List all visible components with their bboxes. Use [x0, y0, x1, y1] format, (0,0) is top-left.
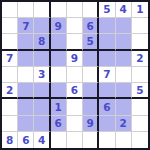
- cell-r3c8[interactable]: [116, 34, 132, 50]
- cell-r3c5[interactable]: [67, 34, 83, 50]
- cell-r7c4[interactable]: 1: [51, 99, 67, 115]
- cell-r4c5[interactable]: 9: [67, 51, 83, 67]
- cell-r7c3[interactable]: [34, 99, 50, 115]
- cell-r3c7[interactable]: [99, 34, 115, 50]
- cell-r6c6[interactable]: [83, 83, 99, 99]
- cell-r4c9[interactable]: 2: [132, 51, 148, 67]
- cell-r8c6[interactable]: 9: [83, 116, 99, 132]
- cell-r9c7[interactable]: [99, 132, 115, 148]
- cell-r3c1[interactable]: [2, 34, 18, 50]
- cell-r6c9[interactable]: 5: [132, 83, 148, 99]
- cell-r4c2[interactable]: [18, 51, 34, 67]
- cell-r9c5[interactable]: [67, 132, 83, 148]
- cell-r7c7[interactable]: 6: [99, 99, 115, 115]
- cell-r7c9[interactable]: [132, 99, 148, 115]
- cell-r3c6[interactable]: 5: [83, 34, 99, 50]
- cell-r3c3[interactable]: 8: [34, 34, 50, 50]
- cell-r8c1[interactable]: [2, 116, 18, 132]
- cell-r2c4[interactable]: 9: [51, 18, 67, 34]
- cell-r5c2[interactable]: [18, 67, 34, 83]
- cell-r8c5[interactable]: [67, 116, 83, 132]
- cell-r3c2[interactable]: [18, 34, 34, 50]
- cell-r4c1[interactable]: 7: [2, 51, 18, 67]
- cell-r4c7[interactable]: [99, 51, 115, 67]
- cell-r5c7[interactable]: 7: [99, 67, 115, 83]
- cell-r9c6[interactable]: [83, 132, 99, 148]
- cell-r7c1[interactable]: [2, 99, 18, 115]
- cell-r2c3[interactable]: [34, 18, 50, 34]
- cell-r7c6[interactable]: [83, 99, 99, 115]
- cell-r5c6[interactable]: [83, 67, 99, 83]
- cell-r8c9[interactable]: [132, 116, 148, 132]
- cell-r1c4[interactable]: [51, 2, 67, 18]
- cell-r6c3[interactable]: [34, 83, 50, 99]
- cell-r1c6[interactable]: [83, 2, 99, 18]
- cell-r6c1[interactable]: 2: [2, 83, 18, 99]
- cell-r2c2[interactable]: 7: [18, 18, 34, 34]
- sudoku-board: 541796857923726516692864: [0, 0, 150, 150]
- cell-r6c8[interactable]: [116, 83, 132, 99]
- cell-r4c6[interactable]: [83, 51, 99, 67]
- cell-r8c7[interactable]: [99, 116, 115, 132]
- cell-r4c8[interactable]: [116, 51, 132, 67]
- cell-r1c9[interactable]: 1: [132, 2, 148, 18]
- cell-r4c4[interactable]: [51, 51, 67, 67]
- cell-r7c8[interactable]: [116, 99, 132, 115]
- cell-r9c2[interactable]: 6: [18, 132, 34, 148]
- cell-r8c8[interactable]: 2: [116, 116, 132, 132]
- cell-r2c1[interactable]: [2, 18, 18, 34]
- cell-r1c1[interactable]: [2, 2, 18, 18]
- cell-r6c5[interactable]: 6: [67, 83, 83, 99]
- cell-r2c9[interactable]: [132, 18, 148, 34]
- cell-r9c1[interactable]: 8: [2, 132, 18, 148]
- cell-r5c3[interactable]: 3: [34, 67, 50, 83]
- cell-r9c3[interactable]: 4: [34, 132, 50, 148]
- cell-r4c3[interactable]: [34, 51, 50, 67]
- cell-r6c2[interactable]: [18, 83, 34, 99]
- cell-r8c4[interactable]: 6: [51, 116, 67, 132]
- cell-r9c8[interactable]: [116, 132, 132, 148]
- cell-r2c7[interactable]: [99, 18, 115, 34]
- cell-r1c8[interactable]: 4: [116, 2, 132, 18]
- cell-r9c9[interactable]: [132, 132, 148, 148]
- cell-r9c4[interactable]: [51, 132, 67, 148]
- cell-r7c2[interactable]: [18, 99, 34, 115]
- cell-r1c2[interactable]: [18, 2, 34, 18]
- cell-r8c2[interactable]: [18, 116, 34, 132]
- cell-r5c5[interactable]: [67, 67, 83, 83]
- cell-r3c9[interactable]: [132, 34, 148, 50]
- cell-r1c3[interactable]: [34, 2, 50, 18]
- cell-r7c5[interactable]: [67, 99, 83, 115]
- cell-r5c9[interactable]: [132, 67, 148, 83]
- cell-r6c4[interactable]: [51, 83, 67, 99]
- cell-r5c4[interactable]: [51, 67, 67, 83]
- cell-r8c3[interactable]: [34, 116, 50, 132]
- cell-r1c5[interactable]: [67, 2, 83, 18]
- cell-r2c8[interactable]: [116, 18, 132, 34]
- cell-r6c7[interactable]: [99, 83, 115, 99]
- cell-r5c1[interactable]: [2, 67, 18, 83]
- cell-r2c5[interactable]: [67, 18, 83, 34]
- cell-r2c6[interactable]: 6: [83, 18, 99, 34]
- cell-r5c8[interactable]: [116, 67, 132, 83]
- cell-r1c7[interactable]: 5: [99, 2, 115, 18]
- cell-r3c4[interactable]: [51, 34, 67, 50]
